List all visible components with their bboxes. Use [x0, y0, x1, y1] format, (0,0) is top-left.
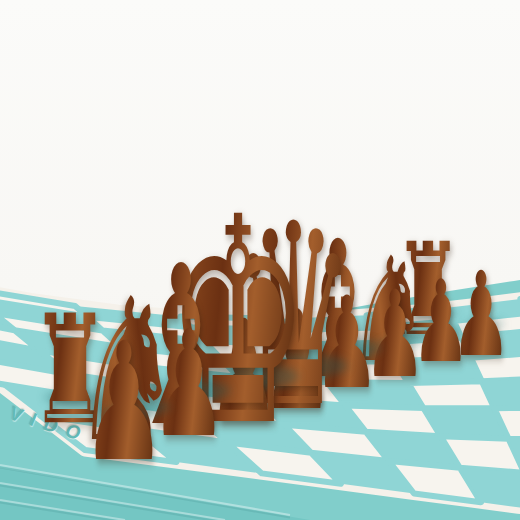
board-square: [384, 338, 471, 362]
product-photo-stage: VIDO ♜♟♟♞♟♝♟♟♛♟♚♝♟♜♞♟: [0, 0, 520, 520]
board-square: [471, 353, 520, 382]
board-square: [408, 381, 494, 408]
board-square: [287, 327, 384, 344]
